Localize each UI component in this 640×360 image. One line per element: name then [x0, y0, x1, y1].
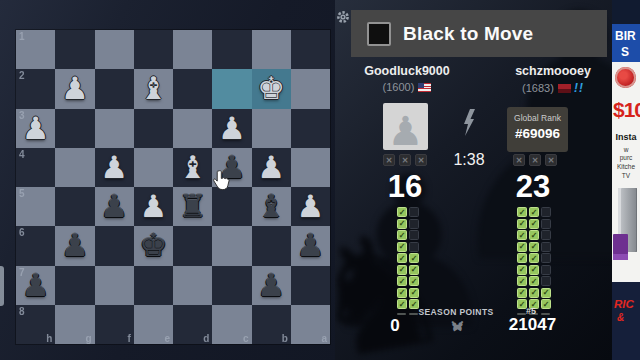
square-g2[interactable]: ♟	[55, 69, 94, 108]
strike-box: ✕	[513, 154, 525, 166]
player-name-right[interactable]: schzmoooey	[498, 64, 608, 78]
square-b5[interactable]: ♝	[252, 187, 291, 226]
score-right: 23	[503, 169, 563, 205]
puzzle-empty-cell	[409, 219, 419, 229]
global-rank-badge: Global Rank #69096	[507, 107, 568, 152]
square-c2[interactable]	[212, 69, 251, 108]
square-a1[interactable]	[291, 30, 330, 69]
square-a8[interactable]: a	[291, 305, 330, 344]
file-label-b: b	[282, 333, 288, 344]
square-h8[interactable]: 8h	[16, 305, 55, 344]
black-rook-d5[interactable]: ♜	[173, 187, 212, 226]
square-g8[interactable]: g	[55, 305, 94, 344]
puzzle-solved-cell: ✓	[409, 276, 419, 286]
puzzle-solved-cell: ✓	[529, 265, 539, 275]
black-pawn-f5[interactable]: ♟	[95, 187, 134, 226]
ad-body: $10 Insta w purc Kitche TV	[612, 62, 640, 282]
square-f2[interactable]	[95, 69, 134, 108]
square-a2[interactable]	[291, 69, 330, 108]
puzzle-empty-cell	[409, 207, 419, 217]
white-pawn-a5[interactable]: ♟	[291, 187, 330, 226]
ad-line: Insta	[612, 132, 640, 142]
puzzle-solved-cell: ✓	[517, 207, 527, 217]
premium-badge: !!	[574, 81, 584, 95]
puzzle-solved-cell: ✓	[529, 253, 539, 263]
ad-header-text2: S	[621, 45, 629, 59]
white-pawn-b4[interactable]: ♟	[252, 148, 291, 187]
ad-ribbon-logo-icon	[615, 67, 636, 88]
rank-label-5: 5	[19, 188, 25, 199]
ad-price: $10	[613, 98, 640, 122]
puzzle-progress-left: ✓✓✓✓✓✓✓✓✓✓✓✓✓✓	[397, 207, 419, 315]
player-rating-left: (1600)	[352, 81, 462, 93]
progress-fade-dash	[397, 313, 406, 315]
black-square-icon	[367, 22, 391, 46]
puzzle-solved-cell: ✓	[529, 242, 539, 252]
square-d4[interactable]: ♝	[173, 148, 212, 187]
strike-box: ✕	[399, 154, 411, 166]
puzzle-solved-cell: ✓	[517, 265, 527, 275]
square-c3[interactable]: ♟	[212, 109, 251, 148]
puzzle-solved-cell: ✓	[517, 219, 527, 229]
puzzle-solved-cell: ✓	[541, 288, 551, 298]
puzzle-solved-cell: ✓	[517, 253, 527, 263]
square-e6[interactable]: ♚	[134, 226, 173, 265]
ad-footer-text: RIC	[614, 298, 634, 310]
square-g6[interactable]: ♟	[55, 226, 94, 265]
strike-box: ✕	[383, 154, 395, 166]
square-c5[interactable]	[212, 187, 251, 226]
square-f5[interactable]: ♟	[95, 187, 134, 226]
player-rating-right: (1683)!!	[498, 81, 608, 95]
white-pawn-g2[interactable]: ♟	[55, 69, 94, 108]
puzzle-solved-cell: ✓	[517, 230, 527, 240]
strikes-left: ✕✕✕	[383, 154, 427, 166]
score-left: 16	[375, 169, 435, 205]
season-points-right: 21047	[505, 315, 560, 335]
square-e8[interactable]: e	[134, 305, 173, 344]
puzzle-solved-cell: ✓	[409, 288, 419, 298]
side-to-move-label: Black to Move	[403, 23, 533, 45]
ad-header-text: BIR	[615, 29, 636, 43]
puzzle-empty-cell	[541, 265, 551, 275]
square-e3[interactable]	[134, 109, 173, 148]
white-bishop-d4[interactable]: ♝	[173, 148, 212, 187]
chess-board: 12♟♝♚3♟♟4♟♝♟♟5♟♟♜♝♟6♟♚♟7♟♟8hgfedcba	[16, 30, 330, 344]
square-d6[interactable]	[173, 226, 212, 265]
white-bishop-e2[interactable]: ♝	[134, 69, 173, 108]
puzzle-solved-cell: ✓	[397, 219, 407, 229]
puzzle-solved-cell: ✓	[397, 253, 407, 263]
puzzle-solved-cell: ✓	[529, 276, 539, 286]
square-h4[interactable]: 4	[16, 148, 55, 187]
puzzle-solved-cell: ✓	[517, 288, 527, 298]
puzzle-empty-cell	[541, 230, 551, 240]
rank-label-4: 4	[19, 149, 25, 160]
square-d7[interactable]	[173, 266, 212, 305]
ad-footer-band: RIC &	[612, 282, 640, 360]
rank-label-2: 2	[19, 70, 25, 81]
file-label-a: a	[321, 333, 327, 344]
us-flag-icon	[418, 83, 431, 92]
square-d5[interactable]: ♜	[173, 187, 212, 226]
square-f6[interactable]	[95, 226, 134, 265]
square-a5[interactable]: ♟	[291, 187, 330, 226]
square-b7[interactable]: ♟	[252, 266, 291, 305]
puzzle-solved-cell: ✓	[529, 288, 539, 298]
square-h2[interactable]: 2	[16, 69, 55, 108]
puzzle-empty-cell	[541, 219, 551, 229]
square-g5[interactable]	[55, 187, 94, 226]
square-h6[interactable]: 6	[16, 226, 55, 265]
strike-box: ✕	[415, 154, 427, 166]
file-label-e: e	[164, 333, 170, 344]
black-bishop-b5[interactable]: ♝	[252, 187, 291, 226]
square-f1[interactable]	[95, 30, 134, 69]
ad-product-box-image	[613, 234, 628, 260]
square-c8[interactable]: c	[212, 305, 251, 344]
white-pawn-h3[interactable]: ♟	[16, 109, 55, 148]
puzzle-solved-cell: ✓	[529, 219, 539, 229]
square-d8[interactable]: d	[173, 305, 212, 344]
puzzle-empty-cell	[541, 253, 551, 263]
square-f3[interactable]	[95, 109, 134, 148]
square-e1[interactable]	[134, 30, 173, 69]
puzzle-empty-cell	[541, 242, 551, 252]
square-e2[interactable]: ♝	[134, 69, 173, 108]
puzzle-solved-cell: ✓	[397, 265, 407, 275]
puzzle-solved-cell: ✓	[529, 207, 539, 217]
black-pawn-g6[interactable]: ♟	[55, 226, 94, 265]
settings-gear-icon[interactable]	[336, 10, 350, 24]
season-points-left: 0	[375, 316, 415, 336]
square-h5[interactable]: 5	[16, 187, 55, 226]
puzzle-battle-screen: ♟ ♟ ♞ 12♟♝♚3♟♟4♟♝♟♟5♟♟♜♝♟6♟♚♟7♟♟8hgfedcb…	[0, 0, 640, 360]
white-pawn-c3[interactable]: ♟	[212, 109, 251, 148]
square-b2[interactable]: ♚	[252, 69, 291, 108]
sidebar-ad[interactable]: BIR S $10 Insta w purc Kitche TV RIC &	[612, 0, 640, 360]
square-b6[interactable]	[252, 226, 291, 265]
square-g1[interactable]	[55, 30, 94, 69]
square-e7[interactable]	[134, 266, 173, 305]
crossed-pawns-icon: ♟ ♟	[448, 318, 466, 334]
square-d2[interactable]	[173, 69, 212, 108]
ad-line: w	[612, 146, 640, 153]
square-g3[interactable]	[55, 109, 94, 148]
ad-line: purc	[612, 154, 640, 161]
square-c1[interactable]	[212, 30, 251, 69]
pawn-avatar-icon: ♟	[388, 112, 424, 150]
strike-box: ✕	[545, 154, 557, 166]
puzzle-solved-cell: ✓	[409, 253, 419, 263]
puzzle-solved-cell: ✓	[397, 207, 407, 217]
side-drawer-handle[interactable]	[0, 266, 4, 306]
puzzle-solved-cell: ✓	[409, 265, 419, 275]
square-b3[interactable]	[252, 109, 291, 148]
square-c7[interactable]	[212, 266, 251, 305]
square-a4[interactable]	[291, 148, 330, 187]
square-h1[interactable]: 1	[16, 30, 55, 69]
global-rank-value: #69096	[507, 126, 568, 141]
status-bar: Black to Move	[351, 10, 607, 57]
lightning-bolt-icon	[461, 109, 477, 136]
white-pawn-e5[interactable]: ♟	[134, 187, 173, 226]
puzzle-progress-right: ✓✓✓✓✓✓✓✓✓✓✓✓✓✓✓✓✓✓✓✓	[517, 207, 551, 315]
ad-footer-text2: &	[617, 312, 624, 323]
square-a3[interactable]	[291, 109, 330, 148]
battle-timer: 1:38	[449, 151, 489, 169]
file-label-f: f	[127, 333, 130, 344]
square-d3[interactable]	[173, 109, 212, 148]
file-label-d: d	[203, 333, 209, 344]
square-e5[interactable]: ♟	[134, 187, 173, 226]
square-f8[interactable]: f	[95, 305, 134, 344]
ad-line: Kitche	[612, 163, 640, 170]
square-h7[interactable]: 7♟	[16, 266, 55, 305]
square-g4[interactable]	[55, 148, 94, 187]
rank-label-1: 1	[19, 31, 25, 42]
global-rank-label: Global Rank	[507, 113, 568, 123]
puzzle-solved-cell: ✓	[397, 230, 407, 240]
square-a7[interactable]	[291, 266, 330, 305]
square-e4[interactable]	[134, 148, 173, 187]
puzzle-solved-cell: ✓	[529, 230, 539, 240]
white-king-b2[interactable]: ♚	[252, 69, 291, 108]
puzzle-empty-cell	[541, 207, 551, 217]
black-pawn-b7[interactable]: ♟	[252, 266, 291, 305]
black-pawn-a6[interactable]: ♟	[291, 226, 330, 265]
strikes-right: ✕✕✕	[513, 154, 557, 166]
file-label-h: h	[46, 333, 52, 344]
square-b8[interactable]: b	[252, 305, 291, 344]
player-avatar[interactable]: ♟	[383, 103, 428, 150]
season-points-label: SEASON POINTS	[406, 307, 506, 317]
puzzle-empty-cell	[541, 276, 551, 286]
square-f7[interactable]	[95, 266, 134, 305]
puzzle-solved-cell: ✓	[517, 242, 527, 252]
hand-cursor	[212, 170, 230, 191]
white-pawn-f4[interactable]: ♟	[95, 148, 134, 187]
rating-text: (1683)	[522, 82, 554, 94]
square-a6[interactable]: ♟	[291, 226, 330, 265]
file-label-g: g	[85, 333, 91, 344]
square-b1[interactable]	[252, 30, 291, 69]
puzzle-empty-cell	[409, 242, 419, 252]
square-f4[interactable]: ♟	[95, 148, 134, 187]
ad-line: TV	[612, 172, 640, 179]
puzzle-solved-cell: ✓	[397, 288, 407, 298]
puzzle-solved-cell: ✓	[397, 276, 407, 286]
rank-label-8: 8	[19, 306, 25, 317]
ad-header-band: BIR S	[612, 24, 640, 62]
square-h3[interactable]: 3♟	[16, 109, 55, 148]
black-king-e6[interactable]: ♚	[134, 226, 173, 265]
puzzle-solved-cell: ✓	[397, 242, 407, 252]
rank-label-6: 6	[19, 227, 25, 238]
square-c6[interactable]	[212, 226, 251, 265]
strike-box: ✕	[529, 154, 541, 166]
player-name-left[interactable]: Goodluck9000	[352, 64, 462, 78]
red-flag-icon	[558, 84, 571, 93]
black-pawn-h7[interactable]: ♟	[16, 266, 55, 305]
square-b4[interactable]: ♟	[252, 148, 291, 187]
file-label-c: c	[243, 333, 249, 344]
square-g7[interactable]	[55, 266, 94, 305]
puzzle-empty-cell	[409, 230, 419, 240]
puzzle-solved-cell: ✓	[517, 276, 527, 286]
rating-text: (1600)	[383, 81, 415, 93]
square-d1[interactable]	[173, 30, 212, 69]
